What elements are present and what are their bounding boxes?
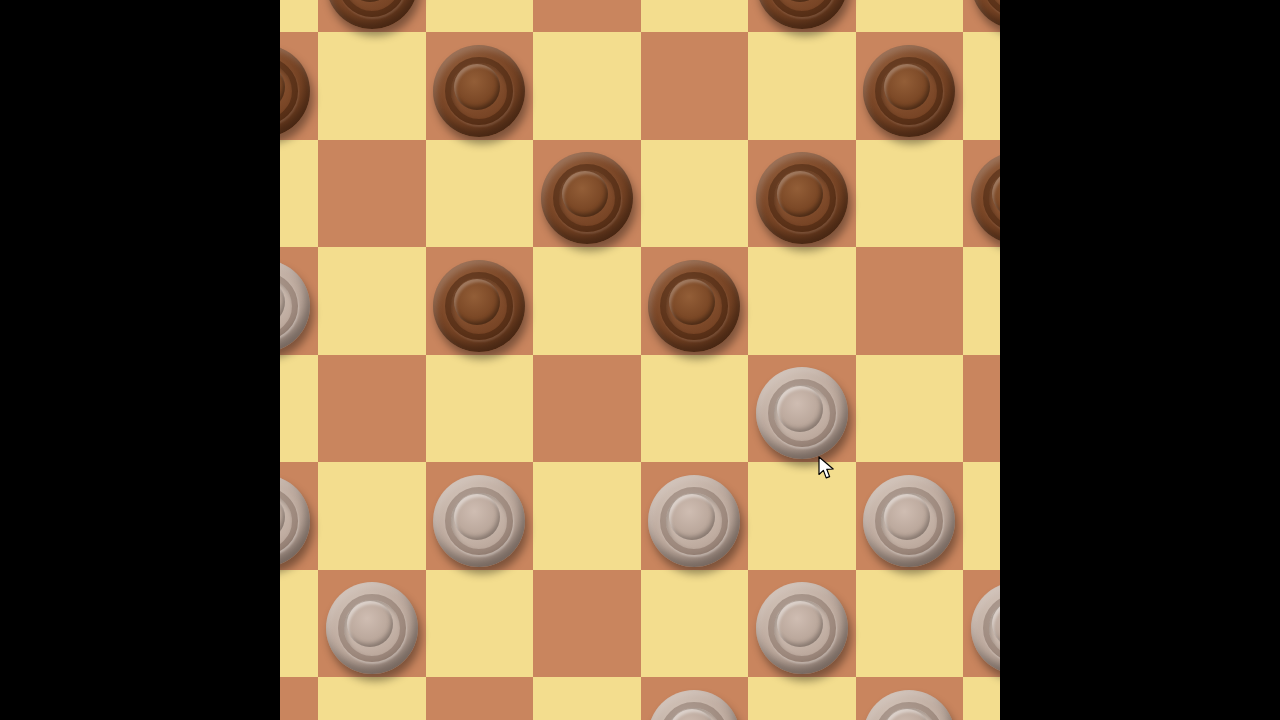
square[interactable]: [426, 462, 534, 570]
square[interactable]: [856, 32, 964, 140]
square[interactable]: [318, 570, 426, 678]
piece-center-cap: [454, 64, 500, 110]
square[interactable]: [318, 32, 426, 140]
light-piece[interactable]: [863, 475, 955, 567]
light-piece[interactable]: [280, 475, 310, 567]
square[interactable]: [748, 355, 856, 463]
square[interactable]: [318, 462, 426, 570]
square[interactable]: [856, 570, 964, 678]
piece-center-cap: [669, 494, 715, 540]
dark-piece[interactable]: [971, 152, 1000, 244]
square[interactable]: [641, 247, 749, 355]
square[interactable]: [748, 0, 856, 32]
piece-groove-ring: [338, 0, 406, 17]
square[interactable]: [856, 0, 964, 32]
piece-center-cap: [777, 601, 823, 647]
square[interactable]: [533, 462, 641, 570]
dark-piece[interactable]: [648, 260, 740, 352]
light-piece[interactable]: [648, 475, 740, 567]
square[interactable]: [856, 247, 964, 355]
piece-center-cap: [454, 494, 500, 540]
game-stage: [0, 0, 1280, 720]
square[interactable]: [426, 32, 534, 140]
square[interactable]: [426, 355, 534, 463]
square[interactable]: [641, 462, 749, 570]
dark-piece[interactable]: [756, 152, 848, 244]
square[interactable]: [426, 570, 534, 678]
square[interactable]: [856, 462, 964, 570]
dark-piece[interactable]: [280, 45, 310, 137]
square[interactable]: [280, 32, 318, 140]
square[interactable]: [641, 677, 749, 720]
square[interactable]: [641, 570, 749, 678]
piece-center-cap: [454, 279, 500, 325]
square[interactable]: [318, 355, 426, 463]
light-piece[interactable]: [326, 582, 418, 674]
piece-center-cap: [347, 601, 393, 647]
square[interactable]: [856, 140, 964, 248]
square[interactable]: [426, 247, 534, 355]
light-piece[interactable]: [971, 582, 1000, 674]
board-viewport: [280, 0, 1000, 720]
square[interactable]: [280, 0, 318, 32]
square[interactable]: [280, 677, 318, 720]
piece-center-cap: [884, 64, 930, 110]
piece-groove-ring: [768, 0, 836, 17]
square[interactable]: [533, 355, 641, 463]
light-piece[interactable]: [756, 582, 848, 674]
dark-piece[interactable]: [433, 45, 525, 137]
square[interactable]: [963, 247, 1000, 355]
square[interactable]: [318, 0, 426, 32]
light-piece[interactable]: [648, 690, 740, 720]
square[interactable]: [280, 462, 318, 570]
square[interactable]: [963, 462, 1000, 570]
square[interactable]: [533, 247, 641, 355]
square[interactable]: [963, 32, 1000, 140]
piece-center-cap: [884, 494, 930, 540]
light-piece[interactable]: [433, 475, 525, 567]
square[interactable]: [963, 355, 1000, 463]
square[interactable]: [748, 247, 856, 355]
dark-piece[interactable]: [756, 0, 848, 29]
square[interactable]: [280, 140, 318, 248]
dark-piece[interactable]: [971, 0, 1000, 29]
square[interactable]: [641, 140, 749, 248]
square[interactable]: [748, 32, 856, 140]
square[interactable]: [963, 140, 1000, 248]
square[interactable]: [963, 0, 1000, 32]
letterbox-left: [0, 0, 280, 720]
checkers-board: [280, 0, 1000, 720]
square[interactable]: [533, 0, 641, 32]
light-piece[interactable]: [756, 367, 848, 459]
square[interactable]: [641, 355, 749, 463]
dark-piece[interactable]: [541, 152, 633, 244]
square[interactable]: [280, 570, 318, 678]
square[interactable]: [748, 677, 856, 720]
piece-center-cap: [669, 279, 715, 325]
square[interactable]: [748, 140, 856, 248]
square[interactable]: [533, 140, 641, 248]
square[interactable]: [533, 32, 641, 140]
piece-groove-ring: [983, 0, 1000, 17]
square[interactable]: [963, 570, 1000, 678]
piece-center-cap: [777, 171, 823, 217]
square[interactable]: [533, 677, 641, 720]
square[interactable]: [856, 355, 964, 463]
square[interactable]: [426, 677, 534, 720]
dark-piece[interactable]: [863, 45, 955, 137]
piece-center-cap: [777, 386, 823, 432]
square[interactable]: [318, 140, 426, 248]
square[interactable]: [533, 570, 641, 678]
square[interactable]: [748, 570, 856, 678]
square[interactable]: [318, 677, 426, 720]
square[interactable]: [426, 140, 534, 248]
dark-piece[interactable]: [433, 260, 525, 352]
letterbox-right: [1000, 0, 1280, 720]
square[interactable]: [641, 0, 749, 32]
square[interactable]: [641, 32, 749, 140]
piece-center-cap: [562, 171, 608, 217]
square[interactable]: [280, 247, 318, 355]
square[interactable]: [280, 355, 318, 463]
dark-piece[interactable]: [326, 0, 418, 29]
light-piece[interactable]: [280, 260, 310, 352]
square[interactable]: [426, 0, 534, 32]
square[interactable]: [963, 677, 1000, 720]
square[interactable]: [318, 247, 426, 355]
light-piece[interactable]: [863, 690, 955, 720]
square[interactable]: [748, 462, 856, 570]
square[interactable]: [856, 677, 964, 720]
